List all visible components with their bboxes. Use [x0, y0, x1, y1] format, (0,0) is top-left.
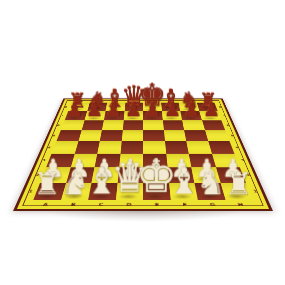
square-b6 [81, 120, 104, 130]
file-label-g: G [198, 200, 228, 209]
square-c4 [97, 141, 121, 153]
file-label-h: H [225, 200, 256, 209]
square-e7: ♟ [143, 111, 163, 120]
square-f6 [163, 120, 185, 130]
board-frame: ABCDEFGH ABCDEFGH 87654321 87654321 ♜♞♝♛… [17, 99, 269, 209]
white-rook-piece: ♜ [34, 168, 61, 199]
file-label-a: A [30, 200, 61, 209]
square-d5 [121, 130, 143, 141]
file-label-f: F [170, 200, 199, 209]
chessboard: ABCDEFGH ABCDEFGH 87654321 87654321 ♜♞♝♛… [13, 98, 273, 211]
square-e6 [143, 120, 164, 130]
square-d6 [122, 120, 143, 130]
square-h4 [208, 141, 234, 153]
file-label-c: C [86, 200, 115, 209]
file-label-b: B [58, 200, 88, 209]
square-g1: ♞ [194, 183, 225, 200]
square-c7: ♟ [104, 111, 124, 120]
red-pawn-piece: ♟ [144, 100, 161, 119]
red-pawn-piece: ♟ [183, 100, 200, 119]
square-e1: ♚ [143, 183, 170, 200]
square-h1: ♜ [220, 183, 253, 200]
square-f1: ♝ [169, 183, 198, 200]
red-pawn-piece: ♟ [105, 100, 122, 119]
board-grid: ♜♞♝♛♚♝♞♜♟♟♟♟♟♟♟♟♟♟♟♟♟♟♟♟♜♞♝♛♚♝♞♜ [33, 103, 252, 200]
red-pawn-piece: ♟ [203, 100, 220, 119]
square-h5 [205, 130, 230, 141]
square-b5 [78, 130, 102, 141]
square-c5 [100, 130, 123, 141]
square-b7: ♟ [84, 111, 105, 120]
white-rook-piece: ♜ [225, 168, 252, 199]
square-h6 [202, 120, 225, 130]
chess-set-photo: ABCDEFGH ABCDEFGH 87654321 87654321 ♜♞♝♛… [0, 0, 285, 285]
red-pawn-piece: ♟ [86, 100, 103, 119]
square-f7: ♟ [162, 111, 182, 120]
square-c6 [102, 120, 124, 130]
square-g7: ♟ [180, 111, 201, 120]
square-h7: ♟ [199, 111, 221, 120]
red-pawn-piece: ♟ [125, 100, 142, 119]
file-labels-bottom: ABCDEFGH [30, 200, 256, 209]
white-bishop-piece: ♝ [168, 162, 201, 198]
red-pawn-piece: ♟ [66, 100, 83, 119]
square-b4 [74, 141, 99, 153]
square-e5 [143, 130, 165, 141]
file-label-e: E [143, 200, 171, 209]
white-knight-piece: ♞ [197, 166, 226, 199]
square-f5 [164, 130, 187, 141]
file-label-d: D [115, 200, 143, 209]
board-rim: ABCDEFGH ABCDEFGH 87654321 87654321 ♜♞♝♛… [13, 98, 273, 211]
square-d7: ♟ [123, 111, 143, 120]
red-pawn-piece: ♟ [164, 100, 181, 119]
